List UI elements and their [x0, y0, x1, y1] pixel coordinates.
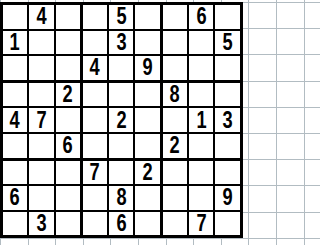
cell-r5c8[interactable]: 1 — [189, 108, 215, 134]
cell-r2c4[interactable] — [83, 31, 109, 57]
cell-r5c9[interactable]: 3 — [215, 108, 239, 134]
given-digit: 6 — [10, 185, 20, 210]
cell-r3c4[interactable]: 4 — [83, 56, 109, 83]
given-digit: 2 — [116, 108, 126, 133]
cell-r6c1[interactable] — [3, 134, 29, 161]
given-digit: 1 — [10, 30, 20, 55]
cell-r3c8[interactable] — [189, 56, 215, 83]
cell-r6c5[interactable] — [109, 134, 135, 161]
board-row: 28 — [3, 83, 240, 109]
cell-r9c2[interactable]: 3 — [29, 212, 55, 236]
cell-r5c6[interactable] — [135, 108, 162, 134]
given-digit: 7 — [90, 160, 100, 185]
given-digit: 7 — [36, 108, 46, 133]
cell-r2c3[interactable] — [56, 31, 83, 57]
cell-r8c8[interactable] — [189, 186, 215, 212]
cell-r9c4[interactable] — [83, 212, 109, 236]
cell-r2c6[interactable] — [135, 31, 162, 57]
cell-r7c3[interactable] — [56, 161, 83, 187]
given-digit: 2 — [170, 133, 180, 158]
given-digit: 3 — [116, 30, 126, 55]
board-row: 367 — [3, 212, 240, 236]
cell-r4c9[interactable] — [215, 83, 239, 109]
given-digit: 4 — [10, 108, 20, 133]
cell-r8c1[interactable]: 6 — [3, 186, 29, 212]
cell-r5c7[interactable] — [163, 108, 189, 134]
given-digit: 9 — [222, 185, 232, 210]
cell-r9c9[interactable] — [215, 212, 239, 236]
cell-r2c7[interactable] — [163, 31, 189, 57]
cell-r6c8[interactable] — [189, 134, 215, 161]
cell-r1c9[interactable] — [215, 5, 239, 31]
cell-r4c2[interactable] — [29, 83, 55, 109]
given-digit: 8 — [170, 82, 180, 107]
cell-r6c7[interactable]: 2 — [163, 134, 189, 161]
cell-r5c3[interactable] — [56, 108, 83, 134]
cell-r4c4[interactable] — [83, 83, 109, 109]
cell-r4c3[interactable]: 2 — [56, 83, 83, 109]
given-digit: 6 — [196, 4, 206, 29]
cell-r4c5[interactable] — [109, 83, 135, 109]
cell-r1c3[interactable] — [56, 5, 83, 31]
cell-r5c4[interactable] — [83, 108, 109, 134]
cell-r1c7[interactable] — [163, 5, 189, 31]
cell-r2c9[interactable]: 5 — [215, 31, 239, 57]
cell-r6c3[interactable]: 6 — [56, 134, 83, 161]
given-digit: 2 — [63, 82, 73, 107]
cell-r7c7[interactable] — [163, 161, 189, 187]
cell-r4c6[interactable] — [135, 83, 162, 109]
cell-r5c1[interactable]: 4 — [3, 108, 29, 134]
cell-r2c2[interactable] — [29, 31, 55, 57]
given-digit: 8 — [116, 185, 126, 210]
cell-r6c2[interactable] — [29, 134, 55, 161]
given-digit: 5 — [116, 4, 126, 29]
cell-r8c5[interactable]: 8 — [109, 186, 135, 212]
cell-r3c1[interactable] — [3, 56, 29, 83]
cell-r9c1[interactable] — [3, 212, 29, 236]
cell-r4c1[interactable] — [3, 83, 29, 109]
cell-r5c2[interactable]: 7 — [29, 108, 55, 134]
board-row: 62 — [3, 134, 240, 161]
board-row: 49 — [3, 56, 240, 83]
cell-r6c9[interactable] — [215, 134, 239, 161]
cell-r9c8[interactable]: 7 — [189, 212, 215, 236]
cell-r8c7[interactable] — [163, 186, 189, 212]
cell-r3c9[interactable] — [215, 56, 239, 83]
cell-r8c3[interactable] — [56, 186, 83, 212]
cell-r7c1[interactable] — [3, 161, 29, 187]
cell-r1c6[interactable] — [135, 5, 162, 31]
board-row: 135 — [3, 31, 240, 57]
cell-r9c7[interactable] — [163, 212, 189, 236]
cell-r7c2[interactable] — [29, 161, 55, 187]
given-digit: 6 — [116, 211, 126, 236]
cell-r4c7[interactable]: 8 — [163, 83, 189, 109]
cell-r9c6[interactable] — [135, 212, 162, 236]
cell-r1c5[interactable]: 5 — [109, 5, 135, 31]
given-digit: 5 — [222, 30, 232, 55]
given-digit: 9 — [143, 55, 153, 80]
cell-r3c3[interactable] — [56, 56, 83, 83]
cell-r9c3[interactable] — [56, 212, 83, 236]
given-digit: 3 — [36, 211, 46, 236]
given-digit: 1 — [196, 108, 206, 133]
cell-r5c5[interactable]: 2 — [109, 108, 135, 134]
cell-r1c1[interactable] — [3, 5, 29, 31]
cell-r8c9[interactable]: 9 — [215, 186, 239, 212]
cell-r6c4[interactable] — [83, 134, 109, 161]
cell-r8c4[interactable] — [83, 186, 109, 212]
cell-r3c5[interactable] — [109, 56, 135, 83]
cell-r4c8[interactable] — [189, 83, 215, 109]
given-digit: 2 — [143, 160, 153, 185]
cell-r2c1[interactable]: 1 — [3, 31, 29, 57]
given-digit: 7 — [196, 211, 206, 236]
cell-r1c2[interactable]: 4 — [29, 5, 55, 31]
cell-r3c6[interactable]: 9 — [135, 56, 162, 83]
board-row: 689 — [3, 186, 240, 212]
cell-r7c9[interactable] — [215, 161, 239, 187]
cell-r7c8[interactable] — [189, 161, 215, 187]
given-digit: 4 — [36, 4, 46, 29]
cell-r2c5[interactable]: 3 — [109, 31, 135, 57]
cell-r6c6[interactable] — [135, 134, 162, 161]
sudoku-board: 4561354928472136272689367 — [0, 2, 243, 238]
cell-r9c5[interactable]: 6 — [109, 212, 135, 236]
cell-r3c2[interactable] — [29, 56, 55, 83]
board-row: 456 — [3, 5, 240, 31]
cell-r1c8[interactable]: 6 — [189, 5, 215, 31]
cell-r7c5[interactable] — [109, 161, 135, 187]
cell-r1c4[interactable] — [83, 5, 109, 31]
cell-r7c4[interactable]: 7 — [83, 161, 109, 187]
cell-r8c6[interactable] — [135, 186, 162, 212]
board-row: 72 — [3, 161, 240, 187]
cell-r3c7[interactable] — [163, 56, 189, 83]
given-digit: 4 — [90, 55, 100, 80]
given-digit: 3 — [222, 108, 232, 133]
cell-r8c2[interactable] — [29, 186, 55, 212]
cell-r7c6[interactable]: 2 — [135, 161, 162, 187]
given-digit: 6 — [63, 133, 73, 158]
cell-r2c8[interactable] — [189, 31, 215, 57]
board-row: 47213 — [3, 108, 240, 134]
